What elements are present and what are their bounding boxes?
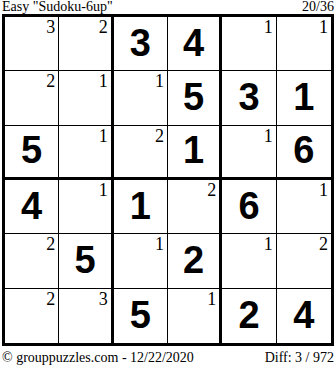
given-digit: 6 xyxy=(238,187,259,225)
cell-r2c5[interactable]: 3 xyxy=(222,71,276,125)
cell-r6c2[interactable]: 3 xyxy=(59,289,113,343)
copyright-text: © grouppuzzles.com - 12/22/2020 xyxy=(2,350,194,366)
cell-r1c5[interactable]: 1 xyxy=(222,17,276,71)
corner-hint: 2 xyxy=(207,181,216,199)
cell-r1c3[interactable]: 3 xyxy=(114,17,168,71)
cell-r3c4[interactable]: 1 xyxy=(168,126,222,180)
corner-hint: 1 xyxy=(319,18,328,36)
cell-r1c6[interactable]: 1 xyxy=(277,17,331,71)
cell-r5c6[interactable]: 2 xyxy=(277,234,331,288)
page-title: Easy "Sudoku-6up" xyxy=(2,0,113,13)
cell-r6c5[interactable]: 2 xyxy=(222,289,276,343)
given-digit: 2 xyxy=(183,241,204,279)
given-digit: 3 xyxy=(130,24,151,62)
cell-r3c1[interactable]: 5 xyxy=(5,126,59,180)
cell-r5c1[interactable]: 2 xyxy=(5,234,59,288)
cell-r1c4[interactable]: 4 xyxy=(168,17,222,71)
corner-hint: 2 xyxy=(46,235,55,253)
corner-hint: 1 xyxy=(264,18,273,36)
cell-r3c2[interactable]: 1 xyxy=(59,126,113,180)
cell-r1c1[interactable]: 3 xyxy=(5,17,59,71)
given-digit: 6 xyxy=(293,131,314,169)
cell-r2c2[interactable]: 1 xyxy=(59,71,113,125)
corner-hint: 1 xyxy=(319,181,328,199)
corner-hint: 1 xyxy=(155,235,164,253)
cell-r4c4[interactable]: 2 xyxy=(168,180,222,234)
given-digit: 5 xyxy=(21,131,42,169)
cell-r5c2[interactable]: 5 xyxy=(59,234,113,288)
cell-r5c5[interactable]: 1 xyxy=(222,234,276,288)
given-digit: 1 xyxy=(183,131,204,169)
corner-hint: 1 xyxy=(264,127,273,145)
given-digit: 4 xyxy=(21,187,42,225)
cell-r2c1[interactable]: 2 xyxy=(5,71,59,125)
cell-r4c5[interactable]: 6 xyxy=(222,180,276,234)
given-digit: 5 xyxy=(74,241,95,279)
corner-hint: 1 xyxy=(99,72,108,90)
cell-r6c1[interactable]: 2 xyxy=(5,289,59,343)
cell-r6c3[interactable]: 5 xyxy=(114,289,168,343)
corner-hint: 1 xyxy=(264,235,273,253)
corner-hint: 1 xyxy=(155,72,164,90)
difficulty-text: Diff: 3 / 972 xyxy=(265,350,334,366)
cell-r2c4[interactable]: 5 xyxy=(168,71,222,125)
corner-hint: 2 xyxy=(46,72,55,90)
cell-r4c2[interactable]: 1 xyxy=(59,180,113,234)
cell-r3c6[interactable]: 6 xyxy=(277,126,331,180)
corner-hint: 3 xyxy=(46,18,55,36)
cell-r2c6[interactable]: 1 xyxy=(277,71,331,125)
given-digit: 3 xyxy=(238,78,259,116)
cell-r3c3[interactable]: 2 xyxy=(114,126,168,180)
corner-hint: 2 xyxy=(319,235,328,253)
corner-hint: 2 xyxy=(99,18,108,36)
given-digit: 1 xyxy=(293,78,314,116)
given-digit: 2 xyxy=(238,296,259,334)
corner-hint: 2 xyxy=(46,290,55,308)
corner-hint: 2 xyxy=(155,127,164,145)
cell-r4c3[interactable]: 1 xyxy=(114,180,168,234)
cell-r6c4[interactable]: 1 xyxy=(168,289,222,343)
cell-r6c6[interactable]: 4 xyxy=(277,289,331,343)
cell-r2c3[interactable]: 1 xyxy=(114,71,168,125)
given-digit: 5 xyxy=(130,296,151,334)
cell-r5c3[interactable]: 1 xyxy=(114,234,168,288)
cell-r4c1[interactable]: 4 xyxy=(5,180,59,234)
corner-hint: 1 xyxy=(207,290,216,308)
cell-r4c6[interactable]: 1 xyxy=(277,180,331,234)
corner-hint: 1 xyxy=(99,181,108,199)
corner-hint: 3 xyxy=(99,290,108,308)
puzzle-page: Easy "Sudoku-6up" 20/36 3234112115315121… xyxy=(0,0,336,370)
cell-r1c2[interactable]: 2 xyxy=(59,17,113,71)
corner-hint: 1 xyxy=(99,127,108,145)
progress-counter: 20/36 xyxy=(302,0,334,13)
board: 323411211531512116411261251212235124 xyxy=(2,14,334,346)
given-digit: 1 xyxy=(130,187,151,225)
cell-r3c5[interactable]: 1 xyxy=(222,126,276,180)
given-digit: 5 xyxy=(183,78,204,116)
given-digit: 4 xyxy=(183,24,204,62)
cell-r5c4[interactable]: 2 xyxy=(168,234,222,288)
given-digit: 4 xyxy=(293,296,314,334)
